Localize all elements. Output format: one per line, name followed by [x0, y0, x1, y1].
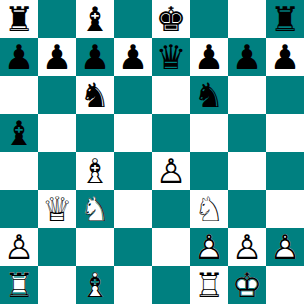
chess-board: ♜♝♚♜♟♟♟♟♛♟♟♟♞♞♝♝♗♟♙♛♕♞♘♞♘♟♙♟♙♟♙♟♙♜♖♝♗♜♖♚… [0, 0, 304, 304]
piece-white-pawn[interactable]: ♟♙ [0, 228, 38, 266]
piece-black-bishop[interactable]: ♝ [76, 0, 114, 38]
square-e5[interactable] [152, 114, 190, 152]
piece-white-pawn[interactable]: ♟♙ [266, 228, 304, 266]
piece-black-rook[interactable]: ♜ [266, 0, 304, 38]
square-d8[interactable] [114, 0, 152, 38]
square-c6[interactable]: ♞ [76, 76, 114, 114]
piece-glyph-solid: ♟ [114, 38, 152, 76]
piece-black-pawn[interactable]: ♟ [114, 38, 152, 76]
piece-glyph-outline: ♙ [152, 152, 190, 190]
square-g7[interactable]: ♟ [228, 38, 266, 76]
piece-glyph-solid: ♜ [266, 0, 304, 38]
square-c1[interactable]: ♝♗ [76, 266, 114, 304]
square-h7[interactable]: ♟ [266, 38, 304, 76]
piece-glyph-solid: ♚ [152, 0, 190, 38]
square-a3[interactable] [0, 190, 38, 228]
piece-glyph-solid: ♟ [38, 38, 76, 76]
piece-white-rook[interactable]: ♜♖ [0, 266, 38, 304]
piece-glyph-solid: ♝ [76, 0, 114, 38]
square-b3[interactable]: ♛♕ [38, 190, 76, 228]
piece-glyph-outline: ♖ [0, 266, 38, 304]
piece-glyph-solid: ♝ [0, 114, 38, 152]
square-f2[interactable]: ♟♙ [190, 228, 228, 266]
piece-glyph-outline: ♗ [76, 152, 114, 190]
square-c7[interactable]: ♟ [76, 38, 114, 76]
square-f4[interactable] [190, 152, 228, 190]
piece-black-pawn[interactable]: ♟ [0, 38, 38, 76]
piece-glyph-solid: ♞ [190, 76, 228, 114]
piece-white-pawn[interactable]: ♟♙ [228, 228, 266, 266]
square-h5[interactable] [266, 114, 304, 152]
square-h2[interactable]: ♟♙ [266, 228, 304, 266]
piece-glyph-solid: ♛ [152, 38, 190, 76]
piece-black-pawn[interactable]: ♟ [38, 38, 76, 76]
piece-white-knight[interactable]: ♞♘ [76, 190, 114, 228]
piece-black-knight[interactable]: ♞ [76, 76, 114, 114]
square-b8[interactable] [38, 0, 76, 38]
piece-white-knight[interactable]: ♞♘ [190, 190, 228, 228]
piece-glyph-solid: ♟ [76, 38, 114, 76]
square-e7[interactable]: ♛ [152, 38, 190, 76]
square-b2[interactable] [38, 228, 76, 266]
square-a6[interactable] [0, 76, 38, 114]
square-d6[interactable] [114, 76, 152, 114]
piece-white-bishop[interactable]: ♝♗ [76, 152, 114, 190]
piece-glyph-outline: ♙ [0, 228, 38, 266]
square-e3[interactable] [152, 190, 190, 228]
square-e4[interactable]: ♟♙ [152, 152, 190, 190]
piece-glyph-solid: ♜ [0, 0, 38, 38]
square-d3[interactable] [114, 190, 152, 228]
piece-black-rook[interactable]: ♜ [0, 0, 38, 38]
piece-white-pawn[interactable]: ♟♙ [190, 228, 228, 266]
square-a1[interactable]: ♜♖ [0, 266, 38, 304]
piece-glyph-solid: ♟ [190, 38, 228, 76]
square-c2[interactable] [76, 228, 114, 266]
piece-black-pawn[interactable]: ♟ [190, 38, 228, 76]
piece-white-queen[interactable]: ♛♕ [38, 190, 76, 228]
square-d4[interactable] [114, 152, 152, 190]
square-d1[interactable] [114, 266, 152, 304]
piece-glyph-solid: ♞ [76, 76, 114, 114]
square-b6[interactable] [38, 76, 76, 114]
square-h3[interactable] [266, 190, 304, 228]
square-d2[interactable] [114, 228, 152, 266]
piece-glyph-outline: ♔ [228, 266, 266, 304]
square-b7[interactable]: ♟ [38, 38, 76, 76]
piece-black-knight[interactable]: ♞ [190, 76, 228, 114]
piece-glyph-outline: ♘ [190, 190, 228, 228]
square-f8[interactable] [190, 0, 228, 38]
square-b1[interactable] [38, 266, 76, 304]
chess-board-wrap: ♜♝♚♜♟♟♟♟♛♟♟♟♞♞♝♝♗♟♙♛♕♞♘♞♘♟♙♟♙♟♙♟♙♜♖♝♗♜♖♚… [0, 0, 304, 304]
square-g5[interactable] [228, 114, 266, 152]
square-a8[interactable]: ♜ [0, 0, 38, 38]
square-a2[interactable]: ♟♙ [0, 228, 38, 266]
square-e8[interactable]: ♚ [152, 0, 190, 38]
square-e6[interactable] [152, 76, 190, 114]
piece-black-pawn[interactable]: ♟ [228, 38, 266, 76]
square-g4[interactable] [228, 152, 266, 190]
piece-glyph-solid: ♟ [228, 38, 266, 76]
square-f7[interactable]: ♟ [190, 38, 228, 76]
square-a4[interactable] [0, 152, 38, 190]
piece-black-king[interactable]: ♚ [152, 0, 190, 38]
piece-white-bishop[interactable]: ♝♗ [76, 266, 114, 304]
piece-glyph-outline: ♖ [190, 266, 228, 304]
square-a5[interactable]: ♝ [0, 114, 38, 152]
square-d7[interactable]: ♟ [114, 38, 152, 76]
square-f3[interactable]: ♞♘ [190, 190, 228, 228]
piece-glyph-solid: ♟ [266, 38, 304, 76]
piece-glyph-outline: ♙ [190, 228, 228, 266]
square-h6[interactable] [266, 76, 304, 114]
piece-white-king[interactable]: ♚♔ [228, 266, 266, 304]
square-h4[interactable] [266, 152, 304, 190]
square-g1[interactable]: ♚♔ [228, 266, 266, 304]
piece-glyph-outline: ♕ [38, 190, 76, 228]
square-c5[interactable] [76, 114, 114, 152]
piece-glyph-outline: ♙ [228, 228, 266, 266]
piece-glyph-outline: ♗ [76, 266, 114, 304]
piece-black-pawn[interactable]: ♟ [266, 38, 304, 76]
piece-white-rook[interactable]: ♜♖ [190, 266, 228, 304]
square-c8[interactable]: ♝ [76, 0, 114, 38]
piece-black-queen[interactable]: ♛ [152, 38, 190, 76]
piece-black-bishop[interactable]: ♝ [0, 114, 38, 152]
square-f5[interactable] [190, 114, 228, 152]
piece-glyph-solid: ♟ [0, 38, 38, 76]
square-h8[interactable]: ♜ [266, 0, 304, 38]
square-a7[interactable]: ♟ [0, 38, 38, 76]
square-d5[interactable] [114, 114, 152, 152]
square-f6[interactable]: ♞ [190, 76, 228, 114]
piece-glyph-outline: ♘ [76, 190, 114, 228]
piece-white-pawn[interactable]: ♟♙ [152, 152, 190, 190]
square-g2[interactable]: ♟♙ [228, 228, 266, 266]
square-f1[interactable]: ♜♖ [190, 266, 228, 304]
square-c3[interactable]: ♞♘ [76, 190, 114, 228]
square-g3[interactable] [228, 190, 266, 228]
square-b5[interactable] [38, 114, 76, 152]
square-b4[interactable] [38, 152, 76, 190]
square-c4[interactable]: ♝♗ [76, 152, 114, 190]
square-g8[interactable] [228, 0, 266, 38]
square-e2[interactable] [152, 228, 190, 266]
square-h1[interactable] [266, 266, 304, 304]
piece-black-pawn[interactable]: ♟ [76, 38, 114, 76]
piece-glyph-outline: ♙ [266, 228, 304, 266]
square-g6[interactable] [228, 76, 266, 114]
square-e1[interactable] [152, 266, 190, 304]
